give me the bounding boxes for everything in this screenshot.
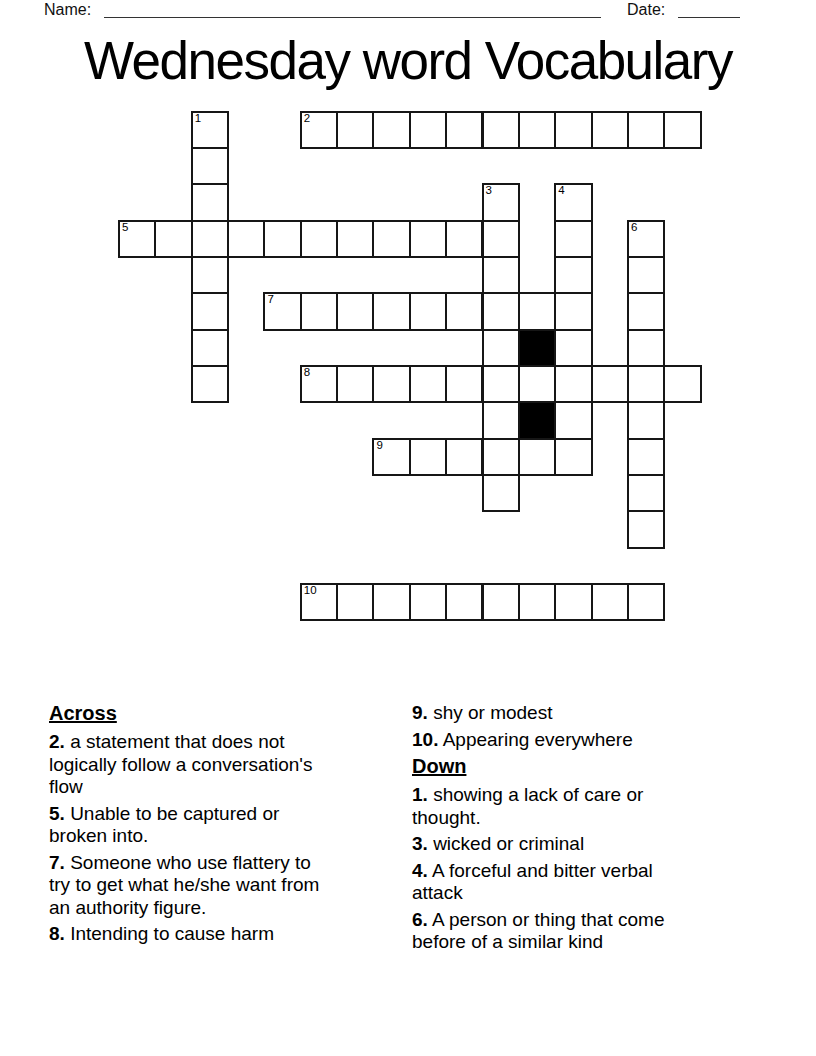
grid-cell[interactable] — [482, 365, 520, 403]
clue-number: 2. — [49, 731, 65, 752]
grid-cell[interactable] — [482, 111, 520, 149]
grid-cell[interactable] — [300, 292, 338, 330]
grid-cell[interactable]: 8 — [300, 365, 338, 403]
clue: 9. shy or modest — [412, 702, 734, 725]
clue-line: flow — [49, 776, 401, 799]
grid-cell[interactable] — [627, 474, 665, 512]
grid-cell[interactable] — [336, 292, 374, 330]
name-label: Name: — [44, 1, 91, 19]
grid-cell[interactable] — [518, 111, 556, 149]
grid-cell[interactable] — [554, 438, 592, 476]
clue-number: 3. — [412, 833, 428, 854]
grid-cell[interactable] — [372, 583, 410, 621]
grid-cell[interactable] — [445, 111, 483, 149]
grid-cell[interactable] — [663, 365, 701, 403]
grid-cell[interactable] — [482, 474, 520, 512]
clue-number-label: 1 — [195, 112, 201, 125]
grid-cell[interactable] — [554, 111, 592, 149]
grid-cell[interactable] — [554, 329, 592, 367]
grid-cell[interactable] — [154, 220, 192, 258]
grid-cell[interactable] — [336, 111, 374, 149]
clue: 7. Someone who use flattery totry to get… — [49, 852, 401, 920]
grid-cell[interactable] — [482, 438, 520, 476]
grid-cell[interactable] — [191, 147, 229, 185]
grid-cell[interactable] — [518, 292, 556, 330]
clue-line: 1. showing a lack of care or — [412, 784, 734, 807]
grid-cell[interactable] — [191, 292, 229, 330]
grid-cell[interactable] — [191, 220, 229, 258]
grid-cell[interactable]: 9 — [372, 438, 410, 476]
clue: 6. A person or thing that comebefore of … — [412, 909, 734, 954]
grid-cell[interactable] — [482, 329, 520, 367]
grid-cell[interactable] — [627, 438, 665, 476]
grid-cell[interactable] — [591, 365, 629, 403]
grid-cell[interactable]: 10 — [300, 583, 338, 621]
clue-line: broken into. — [49, 825, 401, 848]
clue: 5. Unable to be captured orbroken into. — [49, 803, 401, 848]
clue: 2. a statement that does notlogically fo… — [49, 731, 401, 799]
grid-cell[interactable] — [227, 220, 265, 258]
grid-cell[interactable] — [627, 401, 665, 439]
clue-number: 1. — [412, 784, 428, 805]
grid-cell[interactable] — [191, 365, 229, 403]
grid-cell[interactable] — [518, 583, 556, 621]
date-label: Date: — [627, 1, 665, 19]
grid-cell[interactable] — [191, 256, 229, 294]
clue-line: 6. A person or thing that come — [412, 909, 734, 932]
grid-cell[interactable]: 4 — [554, 183, 592, 221]
clue-line: logically follow a conversation's — [49, 754, 401, 777]
grid-cell[interactable]: 3 — [482, 183, 520, 221]
grid-cell[interactable] — [627, 292, 665, 330]
grid-cell[interactable] — [372, 220, 410, 258]
grid-cell[interactable] — [627, 111, 665, 149]
clue-number: 4. — [412, 860, 428, 881]
grid-cell[interactable] — [482, 401, 520, 439]
grid-cell[interactable] — [409, 292, 447, 330]
clue-number-label: 8 — [304, 366, 310, 379]
grid-cell[interactable] — [372, 111, 410, 149]
name-fill-line[interactable] — [104, 0, 601, 18]
grid-cell[interactable] — [445, 583, 483, 621]
grid-cell[interactable] — [191, 329, 229, 367]
grid-cell[interactable] — [445, 220, 483, 258]
clue-line: before of a similar kind — [412, 931, 734, 954]
grid-cell[interactable]: 5 — [118, 220, 156, 258]
clue-line: thought. — [412, 807, 734, 830]
black-cell — [518, 329, 556, 367]
worksheet-page: Name: Date: Wednesday word Vocabulary 12… — [0, 0, 816, 1056]
grid-cell[interactable]: 7 — [263, 292, 301, 330]
grid-cell[interactable] — [554, 583, 592, 621]
grid-cell[interactable] — [336, 583, 374, 621]
page-title: Wednesday word Vocabulary — [0, 31, 816, 92]
grid-cell[interactable] — [518, 365, 556, 403]
grid-cell[interactable] — [445, 365, 483, 403]
clue: 3. wicked or criminal — [412, 833, 734, 856]
clue-number: 9. — [412, 702, 428, 723]
grid-cell[interactable] — [627, 329, 665, 367]
clue-line: 2. a statement that does not — [49, 731, 401, 754]
grid-cell[interactable] — [445, 438, 483, 476]
clue-number-label: 4 — [558, 184, 564, 197]
clues-right-column: 9. shy or modest10. Appearing everywhere… — [412, 702, 734, 958]
down-heading: Down — [412, 755, 734, 778]
clue-line: 8. Intending to cause harm — [49, 923, 401, 946]
clue-number-label: 10 — [304, 584, 317, 597]
grid-cell[interactable] — [591, 111, 629, 149]
clue-line: 5. Unable to be captured or — [49, 803, 401, 826]
across-heading: Across — [49, 702, 401, 725]
clue-line: try to get what he/she want from — [49, 874, 401, 897]
date-fill-line[interactable] — [678, 0, 740, 18]
clue-line: 10. Appearing everywhere — [412, 729, 734, 752]
clue-line: 4. A forceful and bitter verbal — [412, 860, 734, 883]
grid-cell[interactable] — [372, 365, 410, 403]
clue-number-label: 3 — [486, 184, 492, 197]
grid-cell[interactable] — [554, 256, 592, 294]
grid-cell[interactable] — [627, 583, 665, 621]
grid-cell[interactable] — [518, 438, 556, 476]
grid-cell[interactable] — [409, 111, 447, 149]
clue-line: 7. Someone who use flattery to — [49, 852, 401, 875]
clue: 10. Appearing everywhere — [412, 729, 734, 752]
clues-left-column: Across2. a statement that does notlogica… — [49, 700, 401, 950]
grid-cell[interactable]: 2 — [300, 111, 338, 149]
black-cell — [518, 401, 556, 439]
grid-cell[interactable] — [409, 438, 447, 476]
clue: 8. Intending to cause harm — [49, 923, 401, 946]
grid-cell[interactable] — [409, 365, 447, 403]
clue-line: an authority figure. — [49, 897, 401, 920]
clue: 4. A forceful and bitter verbalattack — [412, 860, 734, 905]
grid-cell[interactable] — [300, 220, 338, 258]
grid-cell[interactable] — [627, 256, 665, 294]
grid-cell[interactable] — [554, 401, 592, 439]
grid-cell[interactable] — [482, 256, 520, 294]
grid-cell[interactable]: 6 — [627, 220, 665, 258]
clue-number-label: 9 — [376, 439, 382, 452]
clue-number-label: 5 — [122, 221, 128, 234]
clue-line: 3. wicked or criminal — [412, 833, 734, 856]
grid-cell[interactable] — [482, 583, 520, 621]
grid-cell[interactable] — [554, 365, 592, 403]
grid-cell[interactable] — [482, 220, 520, 258]
grid-cell[interactable] — [445, 292, 483, 330]
clue-number-label: 2 — [304, 112, 310, 125]
clue-number: 10. — [412, 729, 438, 750]
grid-cell[interactable] — [627, 365, 665, 403]
grid-cell[interactable] — [663, 111, 701, 149]
grid-cell[interactable] — [191, 183, 229, 221]
grid-cell[interactable] — [591, 583, 629, 621]
clue-line: attack — [412, 882, 734, 905]
clue: 1. showing a lack of care orthought. — [412, 784, 734, 829]
clue-number-label: 7 — [267, 293, 273, 306]
clue-number-label: 6 — [631, 221, 637, 234]
grid-cell[interactable] — [336, 365, 374, 403]
grid-cell[interactable] — [372, 292, 410, 330]
grid-cell[interactable] — [409, 583, 447, 621]
grid-cell[interactable] — [482, 292, 520, 330]
grid-cell[interactable] — [627, 510, 665, 548]
grid-cell[interactable] — [554, 220, 592, 258]
grid-cell[interactable]: 1 — [191, 111, 229, 149]
grid-cell[interactable] — [554, 292, 592, 330]
grid-cell[interactable] — [336, 220, 374, 258]
clue-line: 9. shy or modest — [412, 702, 734, 725]
grid-cell[interactable] — [263, 220, 301, 258]
clue-number: 6. — [412, 909, 428, 930]
grid-cell[interactable] — [409, 220, 447, 258]
clue-number: 5. — [49, 803, 65, 824]
clue-number: 8. — [49, 923, 65, 944]
clue-number: 7. — [49, 852, 65, 873]
